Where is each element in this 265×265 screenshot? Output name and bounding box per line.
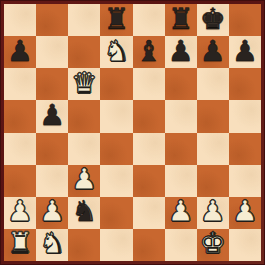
square-a6[interactable] [4,68,36,100]
black-pawn-b5[interactable]: ♟ [39,101,65,130]
black-rook-d8[interactable]: ♜ [103,5,129,34]
square-e7[interactable]: ♝ [133,36,165,68]
white-pawn-a2[interactable]: ♟ [7,197,33,226]
square-a3[interactable] [4,165,36,197]
square-g8[interactable]: ♚ [197,4,229,36]
square-g5[interactable] [197,100,229,132]
square-d6[interactable] [100,68,132,100]
black-bishop-e7[interactable]: ♝ [136,37,162,66]
white-pawn-g2[interactable]: ♟ [200,197,226,226]
chess-board: ♜♜♚♟♞♝♟♟♟♛♟♟♟♟♞♟♟♟♜♞♚ [4,4,261,261]
square-a2[interactable]: ♟ [4,197,36,229]
square-h1[interactable] [229,229,261,261]
square-c5[interactable] [68,100,100,132]
square-h8[interactable] [229,4,261,36]
square-b3[interactable] [36,165,68,197]
square-a1[interactable]: ♜ [4,229,36,261]
square-f2[interactable]: ♟ [165,197,197,229]
square-d2[interactable] [100,197,132,229]
square-e2[interactable] [133,197,165,229]
square-g1[interactable]: ♚ [197,229,229,261]
square-c3[interactable]: ♟ [68,165,100,197]
square-d7[interactable]: ♞ [100,36,132,68]
white-queen-c6[interactable]: ♛ [71,69,97,98]
square-g6[interactable] [197,68,229,100]
square-h5[interactable] [229,100,261,132]
square-f3[interactable] [165,165,197,197]
square-h4[interactable] [229,133,261,165]
square-f7[interactable]: ♟ [165,36,197,68]
white-rook-a1[interactable]: ♜ [7,229,33,258]
square-a4[interactable] [4,133,36,165]
square-f5[interactable] [165,100,197,132]
square-f4[interactable] [165,133,197,165]
square-c1[interactable] [68,229,100,261]
black-knight-c2[interactable]: ♞ [71,197,97,226]
square-e6[interactable] [133,68,165,100]
square-c6[interactable]: ♛ [68,68,100,100]
square-a5[interactable] [4,100,36,132]
square-b4[interactable] [36,133,68,165]
square-d4[interactable] [100,133,132,165]
white-pawn-b2[interactable]: ♟ [39,197,65,226]
square-b5[interactable]: ♟ [36,100,68,132]
square-e1[interactable] [133,229,165,261]
square-c2[interactable]: ♞ [68,197,100,229]
square-b2[interactable]: ♟ [36,197,68,229]
square-g3[interactable] [197,165,229,197]
square-h3[interactable] [229,165,261,197]
white-pawn-c3[interactable]: ♟ [71,165,97,194]
square-e3[interactable] [133,165,165,197]
square-c8[interactable] [68,4,100,36]
square-h2[interactable]: ♟ [229,197,261,229]
chess-board-frame: ♜♜♚♟♞♝♟♟♟♛♟♟♟♟♞♟♟♟♜♞♚ [0,0,265,265]
square-c7[interactable] [68,36,100,68]
square-g2[interactable]: ♟ [197,197,229,229]
black-pawn-g7[interactable]: ♟ [200,37,226,66]
square-d5[interactable] [100,100,132,132]
black-pawn-f7[interactable]: ♟ [168,37,194,66]
square-e5[interactable] [133,100,165,132]
white-pawn-h2[interactable]: ♟ [232,197,258,226]
square-a7[interactable]: ♟ [4,36,36,68]
square-g7[interactable]: ♟ [197,36,229,68]
square-d3[interactable] [100,165,132,197]
square-h7[interactable]: ♟ [229,36,261,68]
white-knight-d7[interactable]: ♞ [103,37,129,66]
square-g4[interactable] [197,133,229,165]
square-f8[interactable]: ♜ [165,4,197,36]
square-b8[interactable] [36,4,68,36]
black-pawn-h7[interactable]: ♟ [232,37,258,66]
square-e4[interactable] [133,133,165,165]
black-king-g8[interactable]: ♚ [200,5,226,34]
square-b7[interactable] [36,36,68,68]
black-rook-f8[interactable]: ♜ [168,5,194,34]
square-d1[interactable] [100,229,132,261]
square-f1[interactable] [165,229,197,261]
square-b1[interactable]: ♞ [36,229,68,261]
black-pawn-a7[interactable]: ♟ [7,37,33,66]
white-pawn-f2[interactable]: ♟ [168,197,194,226]
square-h6[interactable] [229,68,261,100]
square-b6[interactable] [36,68,68,100]
square-d8[interactable]: ♜ [100,4,132,36]
white-knight-b1[interactable]: ♞ [39,229,65,258]
square-c4[interactable] [68,133,100,165]
square-e8[interactable] [133,4,165,36]
white-king-g1[interactable]: ♚ [200,229,226,258]
square-f6[interactable] [165,68,197,100]
square-a8[interactable] [4,4,36,36]
